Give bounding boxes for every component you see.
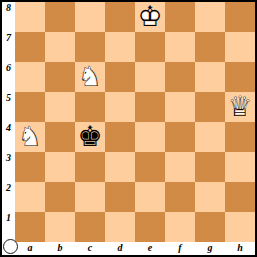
square-f5[interactable] [165, 92, 195, 122]
square-d3[interactable] [105, 152, 135, 182]
square-d8[interactable] [105, 2, 135, 32]
square-g8[interactable] [195, 2, 225, 32]
white-queen-outline-glyph: ♕ [225, 92, 255, 122]
white-king-outline-glyph: ♔ [135, 2, 165, 32]
square-a1[interactable] [15, 212, 45, 242]
file-label-c: c [75, 242, 105, 255]
rank-label-3: 3 [2, 152, 15, 182]
square-a8[interactable] [15, 2, 45, 32]
square-b7[interactable] [45, 32, 75, 62]
square-b2[interactable] [45, 182, 75, 212]
square-h4[interactable] [225, 122, 255, 152]
square-h3[interactable] [225, 152, 255, 182]
file-label-a: a [15, 242, 45, 255]
square-b6[interactable] [45, 62, 75, 92]
square-d2[interactable] [105, 182, 135, 212]
white-knight-outline-glyph: ♘ [15, 122, 45, 152]
square-f3[interactable] [165, 152, 195, 182]
square-d7[interactable] [105, 32, 135, 62]
square-g3[interactable] [195, 152, 225, 182]
rank-label-6: 6 [2, 62, 15, 92]
square-b5[interactable] [45, 92, 75, 122]
piece-white-queen-h5[interactable]: ♛♕ [225, 92, 255, 122]
rank-label-2: 2 [2, 182, 15, 212]
square-g4[interactable] [195, 122, 225, 152]
square-e1[interactable] [135, 212, 165, 242]
square-g2[interactable] [195, 182, 225, 212]
piece-white-knight-a4[interactable]: ♞♘ [15, 122, 45, 152]
piece-white-knight-c6[interactable]: ♞♘ [75, 62, 105, 92]
square-a2[interactable] [15, 182, 45, 212]
file-label-d: d [105, 242, 135, 255]
square-a6[interactable] [15, 62, 45, 92]
square-d5[interactable] [105, 92, 135, 122]
square-e7[interactable] [135, 32, 165, 62]
square-d6[interactable] [105, 62, 135, 92]
square-b8[interactable] [45, 2, 75, 32]
square-e5[interactable] [135, 92, 165, 122]
square-h2[interactable] [225, 182, 255, 212]
square-d1[interactable] [105, 212, 135, 242]
square-f4[interactable] [165, 122, 195, 152]
square-b4[interactable] [45, 122, 75, 152]
square-g5[interactable] [195, 92, 225, 122]
rank-label-1: 1 [2, 212, 15, 242]
square-c1[interactable] [75, 212, 105, 242]
piece-white-king-e8[interactable]: ♚♔ [135, 2, 165, 32]
square-g1[interactable] [195, 212, 225, 242]
square-c8[interactable] [75, 2, 105, 32]
file-label-h: h [225, 242, 255, 255]
square-e2[interactable] [135, 182, 165, 212]
square-c3[interactable] [75, 152, 105, 182]
chess-diagram: 87654321 ♚♔♞♘♛♕♞♘♚ abcdefgh [0, 0, 257, 257]
square-a3[interactable] [15, 152, 45, 182]
square-f7[interactable] [165, 32, 195, 62]
white-knight-outline-glyph: ♘ [75, 62, 105, 92]
rank-label-4: 4 [2, 122, 15, 152]
file-label-f: f [165, 242, 195, 255]
file-label-e: e [135, 242, 165, 255]
turn-indicator-white-circle-icon [3, 239, 18, 254]
piece-black-king-c4[interactable]: ♚ [75, 122, 105, 152]
rank-label-8: 8 [2, 2, 15, 32]
square-h8[interactable] [225, 2, 255, 32]
square-h6[interactable] [225, 62, 255, 92]
square-e4[interactable] [135, 122, 165, 152]
square-h7[interactable] [225, 32, 255, 62]
file-label-b: b [45, 242, 75, 255]
square-f2[interactable] [165, 182, 195, 212]
square-c5[interactable] [75, 92, 105, 122]
square-g7[interactable] [195, 32, 225, 62]
square-a5[interactable] [15, 92, 45, 122]
rank-label-7: 7 [2, 32, 15, 62]
square-a7[interactable] [15, 32, 45, 62]
rank-label-5: 5 [2, 92, 15, 122]
square-e6[interactable] [135, 62, 165, 92]
board: ♚♔♞♘♛♕♞♘♚ [15, 2, 255, 242]
square-h1[interactable] [225, 212, 255, 242]
square-f8[interactable] [165, 2, 195, 32]
square-c2[interactable] [75, 182, 105, 212]
square-d4[interactable] [105, 122, 135, 152]
square-f1[interactable] [165, 212, 195, 242]
file-label-g: g [195, 242, 225, 255]
square-g6[interactable] [195, 62, 225, 92]
square-f6[interactable] [165, 62, 195, 92]
square-e3[interactable] [135, 152, 165, 182]
square-b1[interactable] [45, 212, 75, 242]
black-king-glyph: ♚ [75, 122, 105, 152]
square-b3[interactable] [45, 152, 75, 182]
square-c7[interactable] [75, 32, 105, 62]
